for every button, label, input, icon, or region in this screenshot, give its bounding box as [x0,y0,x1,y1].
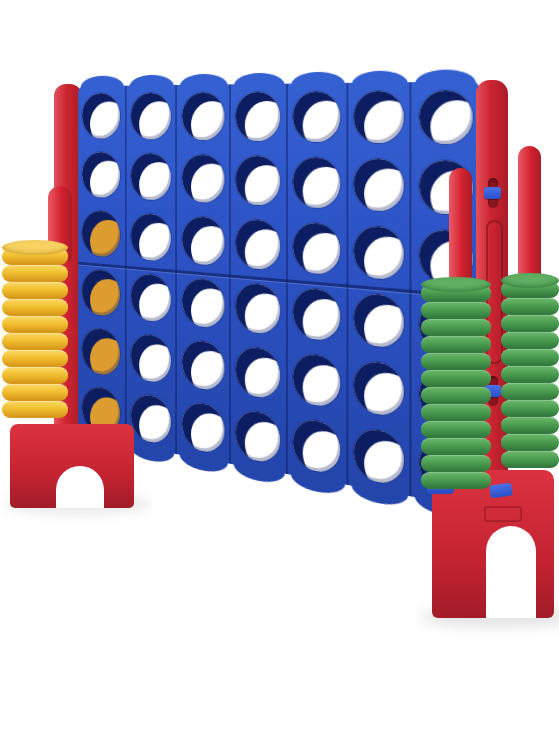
yellow-disc [2,316,68,333]
green-disc [501,451,559,468]
board-cell [126,205,177,269]
board-cell [348,418,412,497]
green-disc [501,366,559,383]
board-hole [293,157,340,209]
yellow-disc [2,367,68,384]
board-hole [131,393,171,446]
stack-top-face [501,273,559,288]
green-disc [501,315,559,332]
green-disc [421,404,491,421]
board-cell [231,148,288,214]
board-cell [348,82,412,151]
board-cell [231,401,288,474]
yellow-disc [2,333,68,350]
board-hole [236,155,281,206]
board-cell [288,279,348,351]
green-disc [421,421,491,438]
board-hole [293,352,340,409]
board-hole [354,427,404,487]
yellow-disc [2,265,68,282]
board-hole [236,91,281,141]
board-holes [78,81,480,508]
board-cell [348,284,412,358]
board-hole [182,216,224,266]
yellow-disc [2,282,68,299]
green-disc [421,370,491,387]
board-cell [348,217,412,289]
board-cell [78,320,126,386]
storage-peg-right-outer [518,146,541,286]
board-hole [131,333,171,385]
green-disc-stack-outer [501,279,559,468]
board-cell [348,351,412,427]
yellow-disc-stack [2,246,68,418]
board-cell [288,214,348,284]
connect-four-board [78,81,480,508]
board-cell [412,81,480,152]
board-hole [354,90,404,143]
board-hole [293,91,340,142]
board-cell [78,203,126,265]
board-cell [288,344,348,418]
board-cell [177,270,231,338]
board-cell [177,331,231,401]
board-cell [231,211,288,279]
board-cell [288,83,348,150]
yellow-disc [2,350,68,367]
stack-top-face [421,277,491,292]
board-hole [182,401,224,456]
board-hole [293,287,340,342]
board-cell [126,146,177,209]
green-disc [421,336,491,353]
board-cell [288,149,348,217]
board-cell [177,208,231,274]
board-hole [131,92,171,139]
green-disc [501,434,559,451]
board-cell [288,409,348,485]
green-disc [421,438,491,455]
board-hole [354,158,404,212]
storage-peg-right-front [449,168,472,290]
board-hole [82,269,120,318]
board-hole [82,210,120,258]
board-hole [131,273,171,323]
board-hole [354,225,404,280]
board-cell [78,86,126,146]
board-cell [348,150,412,220]
board-cell [126,325,177,392]
board-hole [182,277,224,329]
board-cell [126,85,177,147]
board-cell [231,84,288,149]
board-cell [177,393,231,464]
board-cell [231,274,288,344]
green-disc [501,383,559,400]
green-disc [421,353,491,370]
board-cell [231,337,288,409]
green-disc [501,417,559,434]
green-disc-stack-front [421,283,491,489]
green-disc [501,349,559,366]
green-disc [501,298,559,315]
board-hole [82,327,120,377]
yellow-disc [2,299,68,316]
board-cell [126,385,177,454]
frame-foot-left [10,424,134,508]
board-hole [236,219,281,271]
green-disc [421,302,491,319]
product-photo [0,0,559,750]
board-hole [182,92,224,140]
board-hole [131,213,171,262]
board-hole [236,409,281,465]
latch-icon [484,187,501,199]
green-disc [501,400,559,417]
board-hole [182,154,224,203]
board-hole [131,153,171,201]
board-cell [78,261,126,325]
board-hole [354,360,404,419]
board-hole [182,339,224,392]
board-cell [177,84,231,147]
board-hole [419,90,472,144]
board-cell [177,147,231,211]
green-disc [421,387,491,404]
board-hole [293,222,340,276]
green-disc [421,472,491,489]
green-disc [421,455,491,472]
board-hole [354,292,404,349]
yellow-disc [2,401,68,418]
board-cell [126,265,177,331]
board-hole [236,345,281,400]
board-hole [236,282,281,335]
yellow-disc [2,384,68,401]
board-hole [82,93,120,139]
board-hole [82,152,120,198]
board-cell [78,145,126,206]
stack-top-face [2,240,68,255]
green-disc [421,319,491,336]
board-hole [293,418,340,476]
green-disc [501,332,559,349]
